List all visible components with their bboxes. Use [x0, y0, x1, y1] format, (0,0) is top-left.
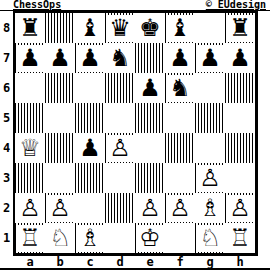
piece-white-pawn: ♙: [167, 195, 194, 222]
square-a4: ♕: [15, 133, 45, 163]
piece-white-rook: ♖: [17, 225, 44, 252]
square-b1: ♘: [45, 223, 75, 253]
rank-label-4: 4: [0, 133, 13, 163]
square-c8: ♝: [75, 13, 105, 43]
square-f6: ♞: [165, 73, 195, 103]
square-g3: ♙: [195, 163, 225, 193]
square-b5: [45, 103, 75, 133]
rank-label-7: 7: [0, 43, 13, 73]
piece-black-pawn: ♟: [227, 45, 254, 72]
square-c2: [75, 193, 105, 223]
square-d1: [105, 223, 135, 253]
square-g8: [195, 13, 225, 43]
square-f8: ♝: [165, 13, 195, 43]
square-a5: [15, 103, 45, 133]
piece-black-rook: ♜: [227, 15, 254, 42]
square-d4: ♙: [105, 133, 135, 163]
file-label-c: c: [75, 256, 105, 268]
square-e6: ♟: [135, 73, 165, 103]
piece-black-knight: ♞: [167, 75, 194, 102]
piece-black-queen: ♛: [107, 15, 134, 42]
square-f3: [165, 163, 195, 193]
header-bar: ChessOps © EUdesign: [0, 0, 270, 11]
file-label-h: h: [225, 256, 255, 268]
piece-black-pawn: ♟: [77, 135, 104, 162]
rank-label-1: 1: [0, 223, 13, 253]
rank-label-3: 3: [0, 163, 13, 193]
square-f5: [165, 103, 195, 133]
square-c4: ♟: [75, 133, 105, 163]
piece-white-pawn: ♙: [137, 195, 164, 222]
piece-white-queen: ♕: [17, 135, 44, 162]
square-h2: ♙: [225, 193, 255, 223]
board-area: 87654321 ♜♝♛♚♝♜♟♟♟♞♟♟♟♟♞♕♟♙♙♙♙♙♙♗♙♖♘♗♔♘♖: [0, 11, 270, 256]
square-a8: ♜: [15, 13, 45, 43]
square-g2: ♗: [195, 193, 225, 223]
piece-white-pawn: ♙: [47, 195, 74, 222]
square-d8: ♛: [105, 13, 135, 43]
square-d5: [105, 103, 135, 133]
chessops-diagram: ChessOps © EUdesign 87654321 ♜♝♛♚♝♜♟♟♟♞♟…: [0, 0, 270, 270]
square-e7: [135, 43, 165, 73]
square-c5: [75, 103, 105, 133]
square-e8: ♚: [135, 13, 165, 43]
piece-black-knight: ♞: [107, 45, 134, 72]
square-c6: [75, 73, 105, 103]
square-e5: [135, 103, 165, 133]
piece-black-pawn: ♟: [47, 45, 74, 72]
rank-labels: 87654321: [0, 11, 13, 253]
file-label-f: f: [165, 256, 195, 268]
square-h4: [225, 133, 255, 163]
piece-black-pawn: ♟: [17, 45, 44, 72]
square-e2: ♙: [135, 193, 165, 223]
piece-black-pawn: ♟: [137, 75, 164, 102]
piece-white-pawn: ♙: [17, 195, 44, 222]
piece-white-knight: ♘: [197, 225, 224, 252]
square-a6: [15, 73, 45, 103]
square-h1: ♖: [225, 223, 255, 253]
square-c3: [75, 163, 105, 193]
square-d3: [105, 163, 135, 193]
piece-white-pawn: ♙: [107, 135, 134, 162]
piece-black-pawn: ♟: [197, 45, 224, 72]
square-g4: [195, 133, 225, 163]
square-b6: [45, 73, 75, 103]
piece-white-bishop: ♗: [197, 195, 224, 222]
square-f2: ♙: [165, 193, 195, 223]
square-a2: ♙: [15, 193, 45, 223]
file-labels: abcdefgh: [0, 256, 270, 268]
square-h7: ♟: [225, 43, 255, 73]
square-d6: [105, 73, 135, 103]
piece-black-pawn: ♟: [77, 45, 104, 72]
square-d7: ♞: [105, 43, 135, 73]
file-label-d: d: [105, 256, 135, 268]
rank-label-6: 6: [0, 73, 13, 103]
piece-white-pawn: ♙: [227, 195, 254, 222]
piece-white-king: ♔: [137, 225, 164, 252]
square-g1: ♘: [195, 223, 225, 253]
piece-white-pawn: ♙: [197, 165, 224, 192]
file-label-e: e: [135, 256, 165, 268]
square-b2: ♙: [45, 193, 75, 223]
square-b7: ♟: [45, 43, 75, 73]
rank-label-2: 2: [0, 193, 13, 223]
square-a3: [15, 163, 45, 193]
square-f1: [165, 223, 195, 253]
square-h5: [225, 103, 255, 133]
piece-white-bishop: ♗: [77, 225, 104, 252]
piece-white-rook: ♖: [227, 225, 254, 252]
square-b3: [45, 163, 75, 193]
piece-black-bishop: ♝: [167, 15, 194, 42]
square-a7: ♟: [15, 43, 45, 73]
square-h3: [225, 163, 255, 193]
square-g7: ♟: [195, 43, 225, 73]
chess-board: ♜♝♛♚♝♜♟♟♟♞♟♟♟♟♞♕♟♙♙♙♙♙♙♗♙♖♘♗♔♘♖: [13, 11, 258, 256]
credit-link[interactable]: © EUdesign: [206, 0, 266, 10]
square-g5: [195, 103, 225, 133]
square-c1: ♗: [75, 223, 105, 253]
square-e3: [135, 163, 165, 193]
square-h6: [225, 73, 255, 103]
square-f7: ♟: [165, 43, 195, 73]
file-label-g: g: [195, 256, 225, 268]
square-f4: [165, 133, 195, 163]
square-e1: ♔: [135, 223, 165, 253]
square-a1: ♖: [15, 223, 45, 253]
file-label-b: b: [45, 256, 75, 268]
rank-label-8: 8: [0, 13, 13, 43]
piece-black-bishop: ♝: [77, 15, 104, 42]
square-e4: [135, 133, 165, 163]
piece-white-knight: ♘: [47, 225, 74, 252]
piece-black-king: ♚: [137, 15, 164, 42]
square-c7: ♟: [75, 43, 105, 73]
square-d2: [105, 193, 135, 223]
square-g6: [195, 73, 225, 103]
piece-black-rook: ♜: [17, 15, 44, 42]
square-b4: [45, 133, 75, 163]
square-h8: ♜: [225, 13, 255, 43]
rank-label-5: 5: [0, 103, 13, 133]
file-label-a: a: [15, 256, 45, 268]
square-b8: [45, 13, 75, 43]
app-title-link[interactable]: ChessOps: [13, 0, 61, 10]
piece-black-pawn: ♟: [167, 45, 194, 72]
